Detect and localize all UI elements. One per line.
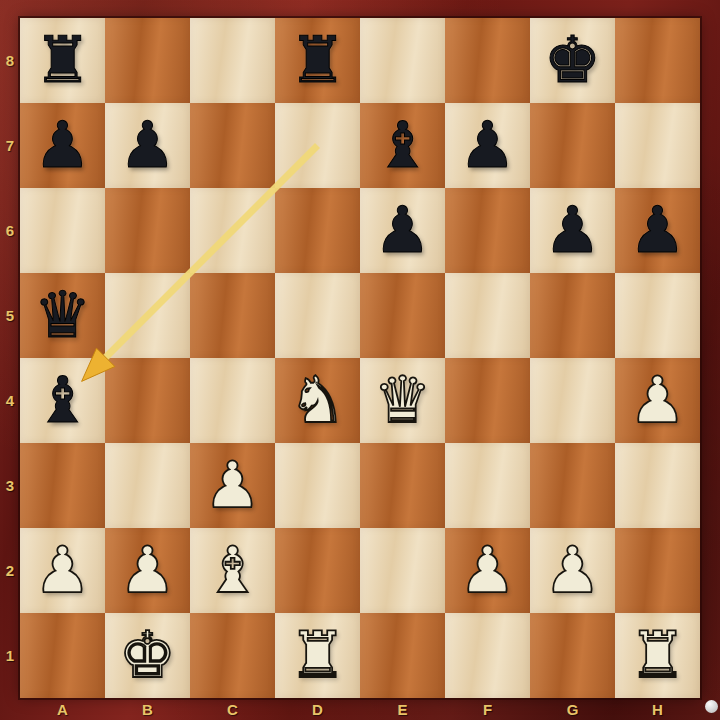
square-b6[interactable]	[105, 188, 190, 273]
square-d5[interactable]	[275, 273, 360, 358]
square-g8[interactable]: ♚	[530, 18, 615, 103]
rank-label-2: 2	[0, 528, 20, 613]
chess-board: ♜♜♚♟♟♝♟♟♟♟♛♝♞♛♟♟♟♟♝♟♟♚♜♜	[20, 18, 700, 698]
square-e4[interactable]: ♛	[360, 358, 445, 443]
file-label-B: B	[105, 698, 190, 720]
square-c6[interactable]	[190, 188, 275, 273]
rank-label-6: 6	[0, 188, 20, 273]
square-f6[interactable]	[445, 188, 530, 273]
square-h1[interactable]: ♜	[615, 613, 700, 698]
square-d3[interactable]	[275, 443, 360, 528]
square-f5[interactable]	[445, 273, 530, 358]
square-c5[interactable]	[190, 273, 275, 358]
square-b4[interactable]	[105, 358, 190, 443]
square-b5[interactable]	[105, 273, 190, 358]
square-b1[interactable]: ♚	[105, 613, 190, 698]
square-d7[interactable]	[275, 103, 360, 188]
piece-black-pawn-h6[interactable]: ♟	[615, 188, 700, 273]
piece-black-pawn-b7[interactable]: ♟	[105, 103, 190, 188]
square-e5[interactable]	[360, 273, 445, 358]
piece-white-pawn-g2[interactable]: ♟	[530, 528, 615, 613]
square-e8[interactable]	[360, 18, 445, 103]
square-f1[interactable]	[445, 613, 530, 698]
piece-black-rook-a8[interactable]: ♜	[20, 18, 105, 103]
piece-white-pawn-h4[interactable]: ♟	[615, 358, 700, 443]
square-d4[interactable]: ♞	[275, 358, 360, 443]
rank-label-4: 4	[0, 358, 20, 443]
square-b7[interactable]: ♟	[105, 103, 190, 188]
piece-black-pawn-g6[interactable]: ♟	[530, 188, 615, 273]
square-g3[interactable]	[530, 443, 615, 528]
square-h3[interactable]	[615, 443, 700, 528]
square-c8[interactable]	[190, 18, 275, 103]
square-a1[interactable]	[20, 613, 105, 698]
square-g2[interactable]: ♟	[530, 528, 615, 613]
square-a7[interactable]: ♟	[20, 103, 105, 188]
square-c7[interactable]	[190, 103, 275, 188]
file-label-E: E	[360, 698, 445, 720]
piece-black-king-g8[interactable]: ♚	[530, 18, 615, 103]
piece-white-pawn-f2[interactable]: ♟	[445, 528, 530, 613]
rank-label-3: 3	[0, 443, 20, 528]
square-g5[interactable]	[530, 273, 615, 358]
rank-label-1: 1	[0, 613, 20, 698]
chessboard-frame: ♜♜♚♟♟♝♟♟♟♟♛♝♞♛♟♟♟♟♝♟♟♚♜♜ 87654321ABCDEFG…	[0, 0, 720, 720]
file-label-A: A	[20, 698, 105, 720]
square-h6[interactable]: ♟	[615, 188, 700, 273]
rank-label-8: 8	[0, 18, 20, 103]
piece-white-rook-h1[interactable]: ♜	[615, 613, 700, 698]
square-h7[interactable]	[615, 103, 700, 188]
corner-dot	[705, 700, 718, 713]
square-a5[interactable]: ♛	[20, 273, 105, 358]
file-label-G: G	[530, 698, 615, 720]
square-f8[interactable]	[445, 18, 530, 103]
piece-white-pawn-a2[interactable]: ♟	[20, 528, 105, 613]
square-f2[interactable]: ♟	[445, 528, 530, 613]
square-h4[interactable]: ♟	[615, 358, 700, 443]
file-label-F: F	[445, 698, 530, 720]
piece-white-knight-d4[interactable]: ♞	[275, 358, 360, 443]
square-h2[interactable]	[615, 528, 700, 613]
rank-label-7: 7	[0, 103, 20, 188]
piece-white-rook-d1[interactable]: ♜	[275, 613, 360, 698]
square-a8[interactable]: ♜	[20, 18, 105, 103]
square-e1[interactable]	[360, 613, 445, 698]
square-g6[interactable]: ♟	[530, 188, 615, 273]
square-g4[interactable]	[530, 358, 615, 443]
square-a4[interactable]: ♝	[20, 358, 105, 443]
piece-black-rook-d8[interactable]: ♜	[275, 18, 360, 103]
piece-black-bishop-e7[interactable]: ♝	[360, 103, 445, 188]
piece-black-pawn-f7[interactable]: ♟	[445, 103, 530, 188]
square-f7[interactable]: ♟	[445, 103, 530, 188]
square-d6[interactable]	[275, 188, 360, 273]
square-d2[interactable]	[275, 528, 360, 613]
square-h5[interactable]	[615, 273, 700, 358]
square-a6[interactable]	[20, 188, 105, 273]
piece-white-bishop-c2[interactable]: ♝	[190, 528, 275, 613]
square-a3[interactable]	[20, 443, 105, 528]
square-c1[interactable]	[190, 613, 275, 698]
square-c2[interactable]: ♝	[190, 528, 275, 613]
square-c4[interactable]	[190, 358, 275, 443]
square-d1[interactable]: ♜	[275, 613, 360, 698]
square-c3[interactable]: ♟	[190, 443, 275, 528]
square-e2[interactable]	[360, 528, 445, 613]
piece-black-bishop-a4[interactable]: ♝	[20, 358, 105, 443]
file-label-D: D	[275, 698, 360, 720]
file-label-H: H	[615, 698, 700, 720]
piece-white-king-b1[interactable]: ♚	[105, 613, 190, 698]
square-b3[interactable]	[105, 443, 190, 528]
piece-black-pawn-e6[interactable]: ♟	[360, 188, 445, 273]
file-label-C: C	[190, 698, 275, 720]
square-f4[interactable]	[445, 358, 530, 443]
rank-label-5: 5	[0, 273, 20, 358]
square-f3[interactable]	[445, 443, 530, 528]
square-b2[interactable]: ♟	[105, 528, 190, 613]
square-a2[interactable]: ♟	[20, 528, 105, 613]
square-e3[interactable]	[360, 443, 445, 528]
square-h8[interactable]	[615, 18, 700, 103]
square-b8[interactable]	[105, 18, 190, 103]
square-e6[interactable]: ♟	[360, 188, 445, 273]
piece-black-queen-a5[interactable]: ♛	[20, 273, 105, 358]
square-d8[interactable]: ♜	[275, 18, 360, 103]
square-g7[interactable]	[530, 103, 615, 188]
piece-white-pawn-b2[interactable]: ♟	[105, 528, 190, 613]
piece-black-pawn-a7[interactable]: ♟	[20, 103, 105, 188]
square-g1[interactable]	[530, 613, 615, 698]
piece-white-pawn-c3[interactable]: ♟	[190, 443, 275, 528]
piece-white-queen-e4[interactable]: ♛	[360, 358, 445, 443]
square-e7[interactable]: ♝	[360, 103, 445, 188]
